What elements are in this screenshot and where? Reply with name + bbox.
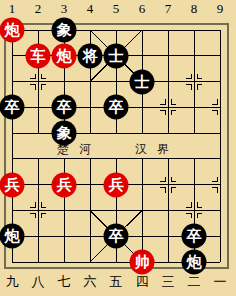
piece-black-general[interactable]: 将 — [78, 43, 103, 68]
piece-red-soldier[interactable]: 兵 — [104, 172, 129, 197]
piece-black-cannon[interactable]: 炮 — [0, 224, 25, 249]
file-label-bottom: 九 — [1, 273, 23, 291]
file-label-bottom: 三 — [157, 273, 179, 291]
piece-black-soldier[interactable]: 卒 — [0, 95, 25, 120]
file-label-top: 7 — [158, 1, 178, 17]
file-label-top: 6 — [132, 1, 152, 17]
piece-black-elephant[interactable]: 象 — [52, 121, 77, 146]
piece-black-elephant[interactable]: 象 — [52, 18, 77, 43]
file-label-bottom: 二 — [183, 273, 205, 291]
file-label-top: 4 — [80, 1, 100, 17]
file-label-top: 8 — [184, 1, 204, 17]
piece-black-soldier[interactable]: 卒 — [52, 95, 77, 120]
file-label-top: 5 — [106, 1, 126, 17]
file-label-bottom: 七 — [53, 273, 75, 291]
file-label-top: 9 — [210, 1, 230, 17]
piece-red-cannon[interactable]: 炮 — [0, 18, 25, 43]
river-text-right: 汉界 — [135, 141, 179, 158]
piece-black-soldier[interactable]: 卒 — [104, 95, 129, 120]
file-label-top: 3 — [54, 1, 74, 17]
piece-red-chariot[interactable]: 车 — [26, 43, 51, 68]
file-label-bottom: 六 — [79, 273, 101, 291]
xiangqi-app: 123456789 九八七六五四三二一 楚河 汉界 炮车炮兵兵兵帅象将士士卒卒卒… — [0, 0, 236, 296]
file-label-top: 1 — [2, 1, 22, 17]
file-label-bottom: 一 — [209, 273, 231, 291]
file-label-bottom: 八 — [27, 273, 49, 291]
file-label-bottom: 四 — [131, 273, 153, 291]
piece-black-soldier[interactable]: 卒 — [104, 224, 129, 249]
piece-red-soldier[interactable]: 兵 — [0, 172, 25, 197]
piece-black-soldier[interactable]: 卒 — [182, 224, 207, 249]
piece-black-cannon[interactable]: 炮 — [182, 250, 207, 275]
piece-black-advisor[interactable]: 士 — [130, 69, 155, 94]
piece-red-soldier[interactable]: 兵 — [52, 172, 77, 197]
piece-black-advisor[interactable]: 士 — [104, 43, 129, 68]
piece-red-general[interactable]: 帅 — [130, 250, 155, 275]
piece-red-cannon[interactable]: 炮 — [52, 43, 77, 68]
file-label-bottom: 五 — [105, 273, 127, 291]
file-label-top: 2 — [28, 1, 48, 17]
